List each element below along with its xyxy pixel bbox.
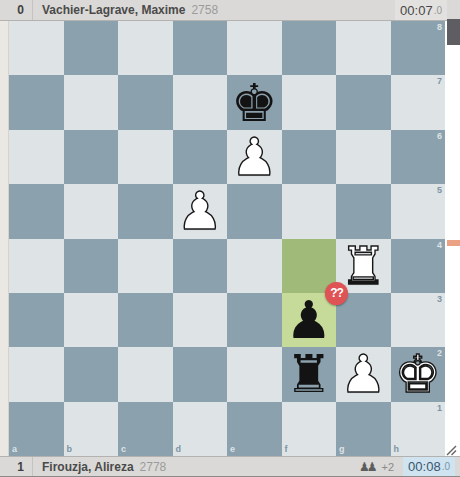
- square-g8[interactable]: [336, 21, 391, 75]
- bottom-player-rating: 2778: [140, 460, 167, 474]
- file-label-c: c: [121, 445, 126, 454]
- square-d8[interactable]: [173, 21, 228, 75]
- rank-label-5: 5: [437, 186, 442, 195]
- square-d3[interactable]: [173, 293, 228, 347]
- square-f5[interactable]: [282, 184, 337, 238]
- file-label-f: f: [285, 445, 288, 454]
- square-c3[interactable]: [118, 293, 173, 347]
- rank-label-8: 8: [437, 23, 442, 32]
- square-f1[interactable]: f: [282, 402, 337, 456]
- square-f6[interactable]: [282, 130, 337, 184]
- square-g1[interactable]: g: [336, 402, 391, 456]
- file-label-g: g: [339, 445, 345, 454]
- top-player-clock: 00:07 .0: [395, 0, 447, 20]
- square-d4[interactable]: [173, 239, 228, 293]
- square-h3[interactable]: 3: [391, 293, 446, 347]
- top-player-rating: 2758: [191, 3, 218, 17]
- file-label-a: a: [12, 445, 17, 454]
- square-c8[interactable]: [118, 21, 173, 75]
- square-e5[interactable]: [227, 184, 282, 238]
- bottom-player-bar[interactable]: 1 Firouzja, Alireza 2778 ♟♟+2 00:08 .0: [0, 456, 460, 477]
- pawn-icon: ♟: [367, 461, 378, 473]
- square-h8[interactable]: 8: [391, 21, 446, 75]
- broadcast-board-window: 0 Vachier-Lagrave, Maxime 2758 00:07 .0 …: [0, 0, 460, 477]
- top-clock-main: 00:07: [400, 3, 433, 18]
- square-d1[interactable]: d: [173, 402, 228, 456]
- scrollbar-position-marker[interactable]: [447, 240, 460, 246]
- square-a3[interactable]: [9, 293, 64, 347]
- file-label-h: h: [394, 445, 400, 454]
- rank-label-4: 4: [437, 241, 442, 250]
- square-h4[interactable]: 4: [391, 239, 446, 293]
- square-a7[interactable]: [9, 75, 64, 129]
- white-pawn-e6[interactable]: ♟: [227, 130, 282, 184]
- square-c6[interactable]: [118, 130, 173, 184]
- square-e6[interactable]: ♟: [227, 130, 282, 184]
- right-scrollbar-track[interactable]: [445, 21, 460, 456]
- square-a5[interactable]: [9, 184, 64, 238]
- white-pawn-g2[interactable]: ♟: [336, 347, 391, 401]
- square-h1[interactable]: 1h: [391, 402, 446, 456]
- rank-label-3: 3: [437, 295, 442, 304]
- scrollbar-thumb[interactable]: [447, 19, 460, 45]
- square-h7[interactable]: 7: [391, 75, 446, 129]
- square-g6[interactable]: [336, 130, 391, 184]
- square-f8[interactable]: [282, 21, 337, 75]
- square-h5[interactable]: 5: [391, 184, 446, 238]
- rank-label-6: 6: [437, 132, 442, 141]
- bottom-clock-tenths: .0: [442, 461, 450, 472]
- square-b4[interactable]: [64, 239, 119, 293]
- file-label-b: b: [67, 445, 73, 454]
- square-c5[interactable]: [118, 184, 173, 238]
- square-f2[interactable]: ♜: [282, 347, 337, 401]
- square-h2[interactable]: ♚2: [391, 347, 446, 401]
- square-b5[interactable]: [64, 184, 119, 238]
- bottom-player-name: Firouzja, Alireza: [42, 460, 134, 474]
- left-margin-strip: [0, 21, 9, 456]
- square-f3[interactable]: ♟??: [282, 293, 337, 347]
- square-d7[interactable]: [173, 75, 228, 129]
- square-a6[interactable]: [9, 130, 64, 184]
- square-a4[interactable]: [9, 239, 64, 293]
- square-e4[interactable]: [227, 239, 282, 293]
- top-player-bar[interactable]: 0 Vachier-Lagrave, Maxime 2758 00:07 .0: [0, 0, 460, 21]
- square-d6[interactable]: [173, 130, 228, 184]
- bottom-player-clock: 00:08 .0: [403, 457, 455, 476]
- bottom-clock-main: 00:08: [408, 459, 441, 474]
- square-e2[interactable]: [227, 347, 282, 401]
- square-b6[interactable]: [64, 130, 119, 184]
- square-a8[interactable]: [9, 21, 64, 75]
- material-advantage-text: +2: [382, 461, 395, 473]
- white-pawn-d5[interactable]: ♟: [173, 184, 228, 238]
- rank-label-1: 1: [437, 404, 442, 413]
- file-label-e: e: [230, 445, 235, 454]
- square-b8[interactable]: [64, 21, 119, 75]
- square-c1[interactable]: c: [118, 402, 173, 456]
- square-a1[interactable]: a: [9, 402, 64, 456]
- square-c7[interactable]: [118, 75, 173, 129]
- square-g7[interactable]: [336, 75, 391, 129]
- material-advantage: ♟♟+2: [359, 461, 394, 473]
- square-b2[interactable]: [64, 347, 119, 401]
- top-clock-tenths: .0: [434, 5, 442, 16]
- square-e7[interactable]: ♚: [227, 75, 282, 129]
- square-b7[interactable]: [64, 75, 119, 129]
- chess-board: 8♚7♟6♟5♜4♟??3♜♟♚2abcdefg1h: [9, 21, 445, 456]
- top-player-row-index: 0: [9, 0, 33, 20]
- square-d2[interactable]: [173, 347, 228, 401]
- square-g5[interactable]: [336, 184, 391, 238]
- rank-label-7: 7: [437, 77, 442, 86]
- top-player-name: Vachier-Lagrave, Maxime: [42, 3, 185, 17]
- square-f7[interactable]: [282, 75, 337, 129]
- square-g2[interactable]: ♟: [336, 347, 391, 401]
- square-c4[interactable]: [118, 239, 173, 293]
- square-a2[interactable]: [9, 347, 64, 401]
- resize-handle-icon[interactable]: [445, 444, 457, 456]
- bottom-player-row-index: 1: [9, 457, 33, 476]
- rank-label-2: 2: [437, 349, 442, 358]
- square-e8[interactable]: [227, 21, 282, 75]
- square-c2[interactable]: [118, 347, 173, 401]
- square-b3[interactable]: [64, 293, 119, 347]
- square-b1[interactable]: b: [64, 402, 119, 456]
- square-e1[interactable]: e: [227, 402, 282, 456]
- square-e3[interactable]: [227, 293, 282, 347]
- square-d5[interactable]: ♟: [173, 184, 228, 238]
- blunder-annotation-badge: ??: [325, 282, 348, 305]
- square-h6[interactable]: 6: [391, 130, 446, 184]
- black-rook-f2[interactable]: ♜: [282, 347, 337, 401]
- file-label-d: d: [176, 445, 182, 454]
- black-king-e7[interactable]: ♚: [227, 75, 282, 129]
